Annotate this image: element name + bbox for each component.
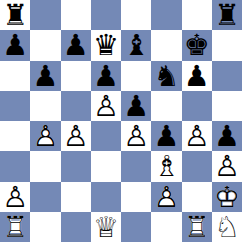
white-pawn-outline-glyph: ♙ (30, 121, 60, 151)
square-g1[interactable]: ♜♖ (182, 212, 212, 242)
square-a4[interactable] (0, 121, 30, 151)
square-c6[interactable] (61, 61, 91, 91)
black-knight-piece[interactable]: ♞ (151, 61, 181, 91)
square-h5[interactable] (212, 91, 242, 121)
white-rook-piece[interactable]: ♜♖ (182, 212, 212, 242)
white-pawn-outline-glyph: ♙ (0, 182, 30, 212)
black-pawn-glyph: ♟ (182, 61, 212, 91)
square-b3[interactable] (30, 151, 60, 181)
square-b2[interactable] (30, 182, 60, 212)
square-f2[interactable]: ♟♙ (151, 182, 181, 212)
square-f8[interactable] (151, 0, 181, 30)
black-queen-piece[interactable]: ♛ (91, 30, 121, 60)
square-g5[interactable] (182, 91, 212, 121)
black-pawn-piece[interactable]: ♟ (212, 121, 242, 151)
square-d4[interactable] (91, 121, 121, 151)
white-rook-outline-glyph: ♖ (182, 212, 212, 242)
square-h7[interactable] (212, 30, 242, 60)
black-rook-glyph: ♜ (0, 0, 30, 30)
square-f3[interactable]: ♝♗ (151, 151, 181, 181)
black-pawn-piece[interactable]: ♟ (182, 61, 212, 91)
square-b6[interactable]: ♟ (30, 61, 60, 91)
white-knight-outline-glyph: ♘ (212, 212, 242, 242)
square-c2[interactable] (61, 182, 91, 212)
square-e3[interactable] (121, 151, 151, 181)
square-g4[interactable]: ♟♙ (182, 121, 212, 151)
black-pawn-piece[interactable]: ♟ (151, 121, 181, 151)
white-pawn-outline-glyph: ♙ (91, 91, 121, 121)
black-pawn-glyph: ♟ (212, 121, 242, 151)
square-h4[interactable]: ♟ (212, 121, 242, 151)
square-b7[interactable] (30, 30, 60, 60)
square-g7[interactable]: ♚ (182, 30, 212, 60)
black-queen-glyph: ♛ (91, 30, 121, 60)
square-d3[interactable] (91, 151, 121, 181)
white-pawn-outline-glyph: ♙ (212, 151, 242, 181)
white-pawn-piece[interactable]: ♟♙ (61, 121, 91, 151)
black-pawn-piece[interactable]: ♟ (30, 61, 60, 91)
white-queen-outline-glyph: ♕ (91, 212, 121, 242)
square-e5[interactable]: ♟ (121, 91, 151, 121)
black-pawn-glyph: ♟ (121, 91, 151, 121)
square-h8[interactable]: ♜ (212, 0, 242, 30)
square-a1[interactable]: ♜♖ (0, 212, 30, 242)
square-g2[interactable] (182, 182, 212, 212)
black-rook-piece[interactable]: ♜ (0, 0, 30, 30)
black-pawn-piece[interactable]: ♟ (0, 30, 30, 60)
square-g8[interactable] (182, 0, 212, 30)
chess-board: ♜♜♟♟♛♝♚♟♟♞♟♟♙♟♟♙♟♙♟♙♟♟♙♟♝♗♟♙♟♙♟♙♚♔♜♖♛♕♜♖… (0, 0, 242, 242)
square-c3[interactable] (61, 151, 91, 181)
black-pawn-piece[interactable]: ♟ (121, 91, 151, 121)
white-rook-piece[interactable]: ♜♖ (0, 212, 30, 242)
white-pawn-piece[interactable]: ♟♙ (91, 91, 121, 121)
square-c1[interactable] (61, 212, 91, 242)
square-f7[interactable] (151, 30, 181, 60)
square-e2[interactable] (121, 182, 151, 212)
square-h1[interactable]: ♞♘ (212, 212, 242, 242)
square-c7[interactable]: ♟ (61, 30, 91, 60)
square-d6[interactable]: ♟ (91, 61, 121, 91)
white-pawn-outline-glyph: ♙ (121, 121, 151, 151)
black-knight-glyph: ♞ (151, 61, 181, 91)
black-pawn-piece[interactable]: ♟ (91, 61, 121, 91)
square-d5[interactable]: ♟♙ (91, 91, 121, 121)
square-a5[interactable] (0, 91, 30, 121)
black-pawn-glyph: ♟ (30, 61, 60, 91)
square-a6[interactable] (0, 61, 30, 91)
black-pawn-glyph: ♟ (61, 30, 91, 60)
square-h3[interactable]: ♟♙ (212, 151, 242, 181)
square-e6[interactable] (121, 61, 151, 91)
square-b4[interactable]: ♟♙ (30, 121, 60, 151)
white-pawn-piece[interactable]: ♟♙ (30, 121, 60, 151)
white-pawn-outline-glyph: ♙ (61, 121, 91, 151)
square-d7[interactable]: ♛ (91, 30, 121, 60)
white-pawn-outline-glyph: ♙ (151, 182, 181, 212)
square-a8[interactable]: ♜ (0, 0, 30, 30)
square-h6[interactable] (212, 61, 242, 91)
white-pawn-piece[interactable]: ♟♙ (182, 121, 212, 151)
white-rook-outline-glyph: ♖ (0, 212, 30, 242)
square-c5[interactable] (61, 91, 91, 121)
square-d2[interactable] (91, 182, 121, 212)
white-king-outline-glyph: ♔ (212, 182, 242, 212)
square-f1[interactable] (151, 212, 181, 242)
square-b1[interactable] (30, 212, 60, 242)
black-bishop-glyph: ♝ (121, 30, 151, 60)
black-pawn-glyph: ♟ (151, 121, 181, 151)
white-pawn-piece[interactable]: ♟♙ (212, 151, 242, 181)
white-bishop-piece[interactable]: ♝♗ (151, 151, 181, 181)
square-d1[interactable]: ♛♕ (91, 212, 121, 242)
black-bishop-piece[interactable]: ♝ (121, 30, 151, 60)
black-rook-glyph: ♜ (212, 0, 242, 30)
square-b8[interactable] (30, 0, 60, 30)
square-f4[interactable]: ♟ (151, 121, 181, 151)
black-king-piece[interactable]: ♚ (182, 30, 212, 60)
square-b5[interactable] (30, 91, 60, 121)
square-e7[interactable]: ♝ (121, 30, 151, 60)
black-pawn-piece[interactable]: ♟ (61, 30, 91, 60)
square-c8[interactable] (61, 0, 91, 30)
black-king-glyph: ♚ (182, 30, 212, 60)
white-queen-piece[interactable]: ♛♕ (91, 212, 121, 242)
white-pawn-piece[interactable]: ♟♙ (151, 182, 181, 212)
square-a2[interactable]: ♟♙ (0, 182, 30, 212)
white-pawn-outline-glyph: ♙ (182, 121, 212, 151)
black-rook-piece[interactable]: ♜ (212, 0, 242, 30)
square-e8[interactable] (121, 0, 151, 30)
white-pawn-piece[interactable]: ♟♙ (121, 121, 151, 151)
square-g3[interactable] (182, 151, 212, 181)
square-a7[interactable]: ♟ (0, 30, 30, 60)
square-d8[interactable] (91, 0, 121, 30)
square-h2[interactable]: ♚♔ (212, 182, 242, 212)
square-a3[interactable] (0, 151, 30, 181)
square-c4[interactable]: ♟♙ (61, 121, 91, 151)
black-pawn-glyph: ♟ (91, 61, 121, 91)
square-f5[interactable] (151, 91, 181, 121)
white-bishop-outline-glyph: ♗ (151, 151, 181, 181)
white-knight-piece[interactable]: ♞♘ (212, 212, 242, 242)
white-pawn-piece[interactable]: ♟♙ (0, 182, 30, 212)
square-f6[interactable]: ♞ (151, 61, 181, 91)
square-g6[interactable]: ♟ (182, 61, 212, 91)
black-pawn-glyph: ♟ (0, 30, 30, 60)
square-e4[interactable]: ♟♙ (121, 121, 151, 151)
square-e1[interactable] (121, 212, 151, 242)
white-king-piece[interactable]: ♚♔ (212, 182, 242, 212)
